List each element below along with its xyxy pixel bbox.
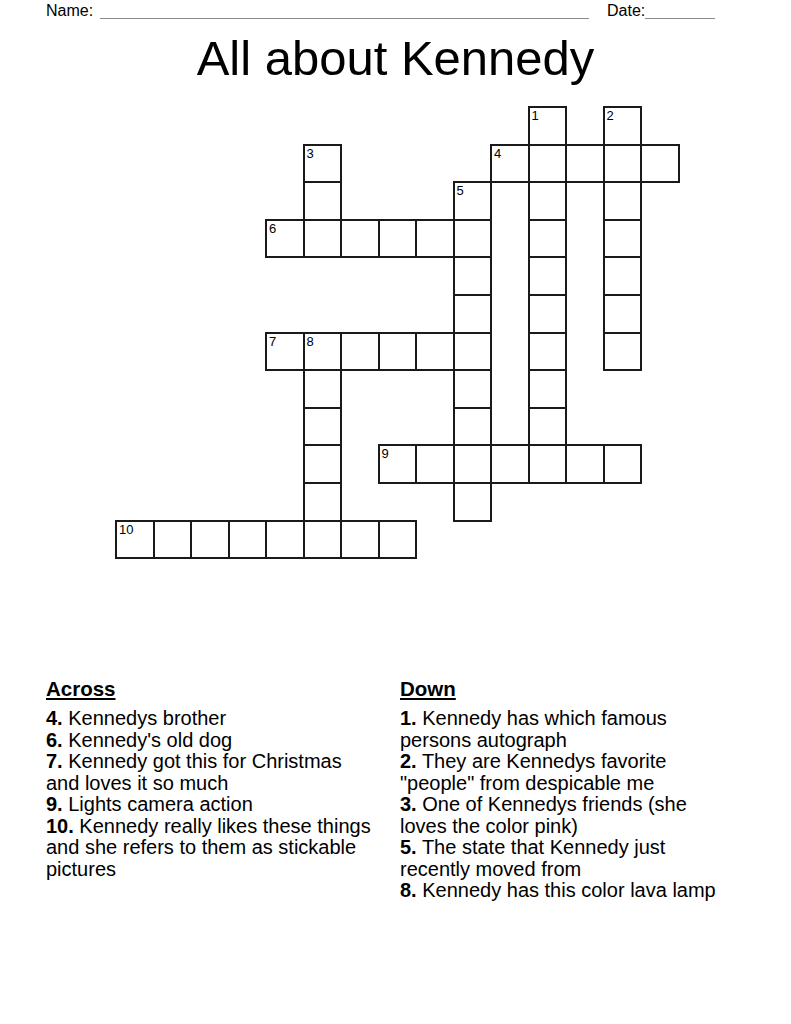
grid-cell[interactable]: [265, 520, 305, 560]
clue: 1. Kennedy has which famouspersons autog…: [400, 708, 748, 751]
clue-number-label: 2.: [400, 750, 417, 772]
grid-cell[interactable]: 1: [528, 106, 568, 146]
grid-cell[interactable]: 9: [378, 444, 418, 484]
clue: 7. Kennedy got this for Christmasand lov…: [46, 751, 406, 794]
grid-cell[interactable]: [415, 219, 455, 259]
clue-number: 3: [307, 147, 314, 160]
clue-number-label: 4.: [46, 707, 63, 729]
grid-cell[interactable]: 5: [453, 181, 493, 221]
grid-cell[interactable]: [528, 294, 568, 334]
clue-number-label: 5.: [400, 836, 417, 858]
grid-cell[interactable]: [603, 144, 643, 184]
grid-cell[interactable]: 10: [115, 520, 155, 560]
grid-cell[interactable]: [340, 219, 380, 259]
grid-cell[interactable]: [303, 444, 343, 484]
clue-number: 2: [607, 109, 614, 122]
grid-cell[interactable]: [153, 520, 193, 560]
grid-cell[interactable]: [603, 256, 643, 296]
grid-cell[interactable]: [640, 144, 680, 184]
clue-number-label: 7.: [46, 750, 63, 772]
grid-cell[interactable]: [603, 219, 643, 259]
grid-cell[interactable]: 7: [265, 332, 305, 372]
grid-cell[interactable]: [340, 332, 380, 372]
down-heading: Down: [400, 678, 748, 699]
grid-cell[interactable]: 3: [303, 144, 343, 184]
clue-number: 6: [269, 222, 276, 235]
grid-cell[interactable]: [603, 181, 643, 221]
grid-cell[interactable]: 6: [265, 219, 305, 259]
name-label: Name:: [46, 2, 93, 20]
grid-cell[interactable]: [528, 332, 568, 372]
grid-cell[interactable]: [453, 369, 493, 409]
grid-cell[interactable]: [303, 181, 343, 221]
grid-cell[interactable]: [490, 444, 530, 484]
across-heading: Across: [46, 678, 406, 699]
grid-cell[interactable]: [415, 332, 455, 372]
across-clue-list: 4. Kennedys brother6. Kennedy's old dog7…: [46, 708, 406, 880]
clue: 9. Lights camera action: [46, 794, 406, 816]
grid-cell[interactable]: [303, 369, 343, 409]
grid-cell[interactable]: [565, 144, 605, 184]
grid-cell[interactable]: [453, 482, 493, 522]
grid-cell[interactable]: [303, 520, 343, 560]
grid-cell[interactable]: [453, 332, 493, 372]
clue: 4. Kennedys brother: [46, 708, 406, 730]
clue-number: 5: [457, 184, 464, 197]
grid-cell[interactable]: [453, 294, 493, 334]
page-title: All about Kennedy: [0, 34, 791, 83]
grid-cell[interactable]: [603, 332, 643, 372]
date-input-line[interactable]: [645, 2, 715, 19]
clue-number-label: 9.: [46, 793, 63, 815]
clue-number-label: 3.: [400, 793, 417, 815]
clue-number: 8: [307, 335, 314, 348]
clue-number-label: 1.: [400, 707, 417, 729]
grid-cell[interactable]: [378, 520, 418, 560]
grid-cell[interactable]: [303, 407, 343, 447]
crossword-grid: 12345678910: [115, 106, 679, 560]
grid-cell[interactable]: [528, 219, 568, 259]
grid-cell[interactable]: [415, 444, 455, 484]
grid-cell[interactable]: 4: [490, 144, 530, 184]
down-clue-list: 1. Kennedy has which famouspersons autog…: [400, 708, 748, 902]
clue-number-label: 6.: [46, 729, 63, 751]
grid-cell[interactable]: [340, 520, 380, 560]
clue-number: 1: [532, 109, 539, 122]
grid-cell[interactable]: [528, 144, 568, 184]
clue: 2. They are Kennedys favorite"people" fr…: [400, 751, 748, 794]
grid-cell[interactable]: [528, 256, 568, 296]
grid-cell[interactable]: [453, 219, 493, 259]
grid-cell[interactable]: [528, 444, 568, 484]
clue-number: 7: [269, 335, 276, 348]
grid-cell[interactable]: [303, 482, 343, 522]
grid-cell[interactable]: 8: [303, 332, 343, 372]
grid-cell[interactable]: [528, 407, 568, 447]
grid-cell[interactable]: [453, 407, 493, 447]
across-clues: Across 4. Kennedys brother6. Kennedy's o…: [46, 678, 406, 880]
worksheet-page: Name: Date: All about Kennedy 1234567891…: [0, 0, 791, 1024]
down-clues: Down 1. Kennedy has which famouspersons …: [400, 678, 748, 902]
grid-cell[interactable]: [303, 219, 343, 259]
clue: 5. The state that Kennedy justrecently m…: [400, 837, 748, 880]
date-label: Date:: [607, 2, 645, 20]
grid-cell[interactable]: [190, 520, 230, 560]
grid-cell[interactable]: [603, 294, 643, 334]
grid-cell[interactable]: [528, 369, 568, 409]
grid-cell[interactable]: [228, 520, 268, 560]
clue-number: 9: [382, 447, 389, 460]
clue: 6. Kennedy's old dog: [46, 730, 406, 752]
clue: 8. Kennedy has this color lava lamp: [400, 880, 748, 902]
clue: 10. Kennedy really likes these thingsand…: [46, 816, 406, 881]
grid-cell[interactable]: [603, 444, 643, 484]
grid-cell[interactable]: [453, 444, 493, 484]
clue-number: 10: [119, 523, 133, 536]
grid-cell[interactable]: [528, 181, 568, 221]
clue-number-label: 8.: [400, 879, 417, 901]
grid-cell[interactable]: [378, 332, 418, 372]
grid-cell[interactable]: [453, 256, 493, 296]
name-input-line[interactable]: [100, 2, 589, 19]
grid-cell[interactable]: 2: [603, 106, 643, 146]
clue: 3. One of Kennedys friends (sheloves the…: [400, 794, 748, 837]
clue-number: 4: [494, 147, 501, 160]
grid-cell[interactable]: [378, 219, 418, 259]
clue-number-label: 10.: [46, 815, 74, 837]
grid-cell[interactable]: [565, 444, 605, 484]
